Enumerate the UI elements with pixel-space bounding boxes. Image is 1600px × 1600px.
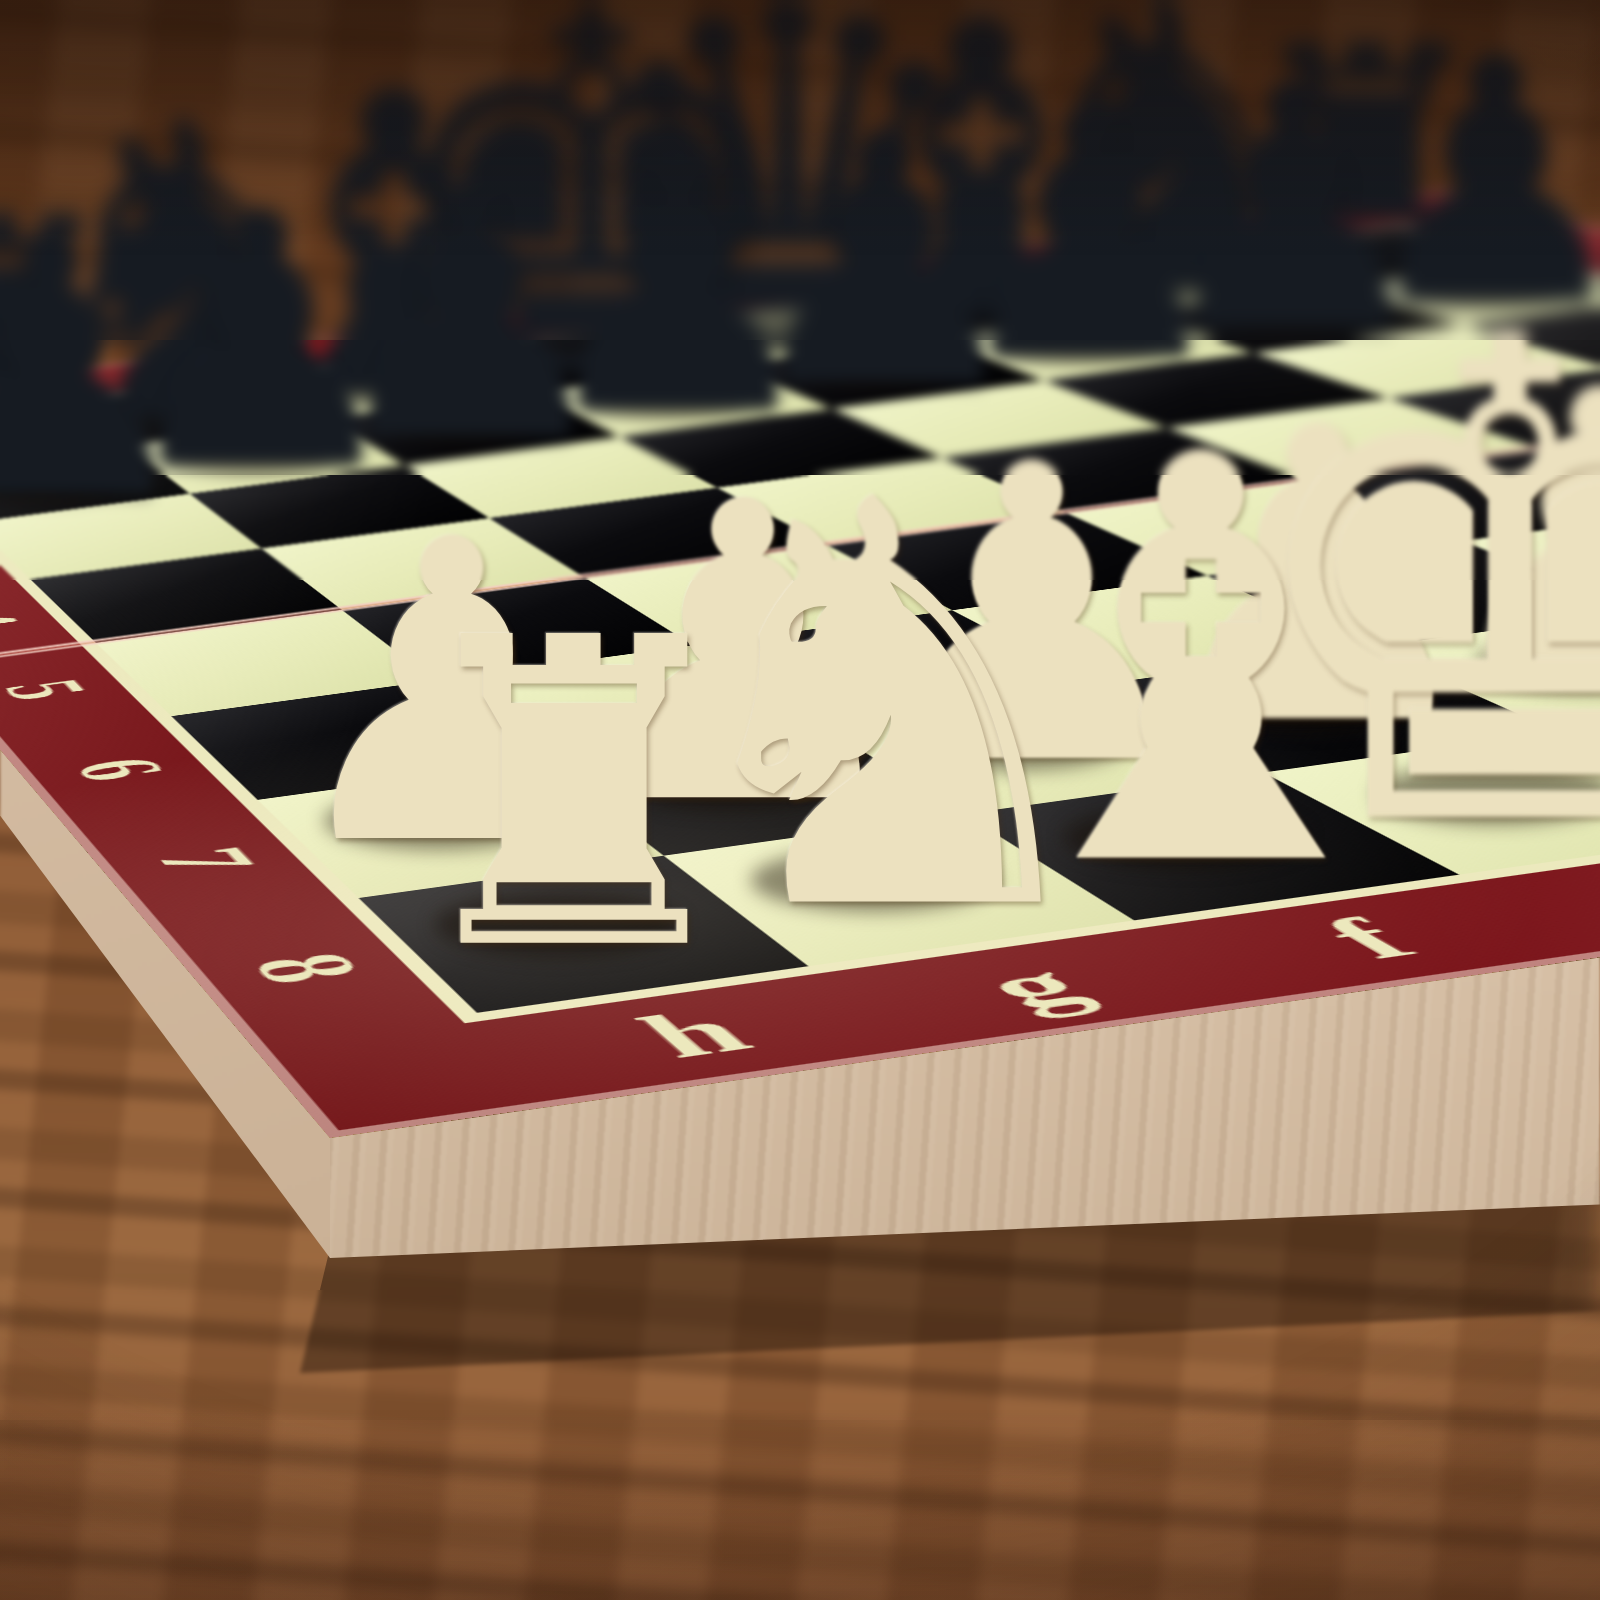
piece-black-pawn-h2: ♟ — [0, 193, 201, 546]
photo-scene: Close-up photograph of a folding travel … — [0, 0, 1600, 1600]
pieces-layer: ♜♞♝♚♛♝♞♜♟♟♟♟♟♟♟♟♟♟♟♟♟♟♜♞♝♚♛ — [0, 0, 1600, 1600]
piece-white-rook-h8: ♜ — [393, 583, 754, 1007]
